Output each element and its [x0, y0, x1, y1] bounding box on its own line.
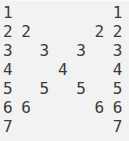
grid-cell: [76, 22, 94, 41]
grid-cell: 2: [3, 22, 21, 41]
grid-cell: 4: [113, 60, 129, 79]
grid-cell: 3: [3, 41, 21, 60]
grid-cell: [21, 79, 39, 98]
grid-cell: 7: [113, 117, 129, 136]
grid-cell: [76, 98, 94, 117]
grid-cell: [94, 79, 112, 98]
grid-cell: 6: [94, 98, 112, 117]
grid-cell: 4: [3, 60, 21, 79]
grid-cell: 5: [40, 79, 58, 98]
grid-cell: [21, 3, 39, 22]
grid-cell: 7: [3, 117, 21, 136]
grid-cell: 2: [21, 22, 39, 41]
grid-cell: 3: [40, 41, 58, 60]
grid-cell: 1: [3, 3, 21, 22]
grid-cell: 5: [113, 79, 129, 98]
grid-cell: 6: [21, 98, 39, 117]
grid-cell: [94, 41, 112, 60]
grid-cell: [94, 117, 112, 136]
grid-cell: [58, 41, 76, 60]
grid-cell: [40, 60, 58, 79]
grid-cell: 5: [76, 79, 94, 98]
grid-cell: [76, 117, 94, 136]
grid-cell: [76, 3, 94, 22]
grid-cell: [21, 60, 39, 79]
grid-cell: [58, 117, 76, 136]
grid-cell: [40, 3, 58, 22]
grid-cell: 2: [113, 22, 129, 41]
grid-cell: [40, 22, 58, 41]
grid-cell: 2: [94, 22, 112, 41]
grid-cell: 6: [3, 98, 21, 117]
grid-cell: [58, 3, 76, 22]
grid-cell: [58, 98, 76, 117]
grid-cell: [94, 60, 112, 79]
pattern-board: 11222233334445555666677: [0, 0, 129, 141]
grid-cell: [58, 79, 76, 98]
grid-cell: [40, 117, 58, 136]
grid-cell: [21, 41, 39, 60]
grid-cell: 4: [58, 60, 76, 79]
grid-cell: 1: [113, 3, 129, 22]
grid-cell: 5: [3, 79, 21, 98]
pattern-grid: 11222233334445555666677: [3, 3, 129, 136]
grid-cell: 3: [76, 41, 94, 60]
grid-cell: 6: [113, 98, 129, 117]
grid-cell: 3: [113, 41, 129, 60]
grid-cell: [21, 117, 39, 136]
grid-cell: [76, 60, 94, 79]
grid-cell: [94, 3, 112, 22]
grid-cell: [40, 98, 58, 117]
grid-cell: [58, 22, 76, 41]
